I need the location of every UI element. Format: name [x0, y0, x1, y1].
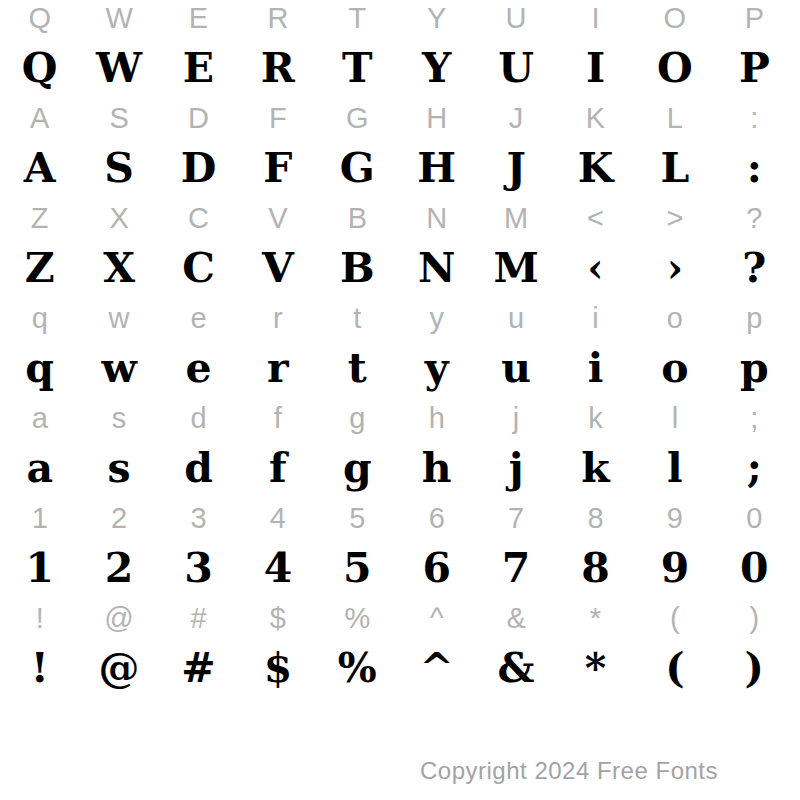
char-cell: $: [238, 600, 317, 636]
char-cell: Z: [0, 236, 79, 300]
char-cell: K: [556, 136, 635, 200]
char-cell: ;: [715, 436, 794, 500]
char-cell: 3: [159, 536, 238, 600]
char-cell: t: [318, 300, 397, 336]
char-cell: H: [397, 100, 476, 136]
char-cell: R: [238, 36, 317, 100]
char-cell: V: [238, 236, 317, 300]
char-cell: T: [318, 0, 397, 36]
char-cell: J: [476, 136, 555, 200]
char-cell: C: [159, 236, 238, 300]
char-cell: :: [715, 136, 794, 200]
char-cell: p: [715, 300, 794, 336]
char-cell: ): [715, 600, 794, 636]
char-cell: @: [79, 636, 158, 700]
char-cell: p: [715, 336, 794, 400]
char-cell: i: [556, 300, 635, 336]
char-cell: M: [476, 200, 555, 236]
char-cell: 5: [318, 536, 397, 600]
char-cell: g: [318, 400, 397, 436]
char-cell: $: [238, 636, 317, 700]
char-cell: ^: [397, 600, 476, 636]
char-cell: h: [397, 400, 476, 436]
black-specimen-row-6: !@#$%^&*(): [0, 636, 794, 700]
copyright-text: Copyright 2024 Free Fonts: [420, 757, 718, 785]
char-cell: r: [238, 336, 317, 400]
char-cell: 2: [79, 500, 158, 536]
black-specimen-row-2: ZXCVBNM‹›?: [0, 236, 794, 300]
black-specimen-row-4: asdfghjkl;: [0, 436, 794, 500]
char-cell: E: [159, 36, 238, 100]
char-cell: I: [556, 36, 635, 100]
char-cell: J: [476, 100, 555, 136]
char-cell: Y: [397, 0, 476, 36]
char-cell: #: [159, 636, 238, 700]
char-cell: w: [79, 336, 158, 400]
char-cell: S: [79, 100, 158, 136]
char-cell: 1: [0, 500, 79, 536]
footer: Copyright 2024 Free Fonts: [0, 700, 800, 800]
char-cell: 5: [318, 500, 397, 536]
char-cell: a: [0, 400, 79, 436]
char-cell: >: [635, 200, 714, 236]
character-map: QWERTYUIOPQWERTYUIOPASDFGHJKL:ASDFGHJKL:…: [0, 0, 794, 700]
char-cell: #: [159, 600, 238, 636]
char-cell: k: [556, 400, 635, 436]
char-cell: @: [79, 600, 158, 636]
gray-specimen-row-6: !@#$%^&*(): [0, 600, 794, 636]
char-cell: B: [318, 236, 397, 300]
char-cell: 6: [397, 500, 476, 536]
char-cell: 9: [635, 500, 714, 536]
char-cell: 0: [715, 500, 794, 536]
char-cell: ?: [715, 236, 794, 300]
char-cell: S: [79, 136, 158, 200]
char-cell: &: [476, 600, 555, 636]
black-specimen-row-0: QWERTYUIOP: [0, 36, 794, 100]
char-cell: 7: [476, 500, 555, 536]
char-cell: M: [476, 236, 555, 300]
char-cell: ;: [715, 400, 794, 436]
char-cell: *: [556, 600, 635, 636]
char-cell: &: [476, 636, 555, 700]
char-cell: 8: [556, 536, 635, 600]
char-cell: k: [556, 436, 635, 500]
char-cell: <: [556, 200, 635, 236]
char-cell: e: [159, 336, 238, 400]
char-cell: U: [476, 0, 555, 36]
char-cell: q: [0, 336, 79, 400]
char-cell: F: [238, 136, 317, 200]
char-cell: y: [397, 300, 476, 336]
char-cell: G: [318, 136, 397, 200]
char-cell: U: [476, 36, 555, 100]
char-cell: o: [635, 336, 714, 400]
char-cell: 6: [397, 536, 476, 600]
char-cell: s: [79, 436, 158, 500]
gray-specimen-row-0: QWERTYUIOP: [0, 0, 794, 36]
char-cell: 2: [79, 536, 158, 600]
gray-specimen-row-3: qwertyuiop: [0, 300, 794, 336]
char-cell: V: [238, 200, 317, 236]
char-cell: 0: [715, 536, 794, 600]
char-cell: j: [476, 400, 555, 436]
char-cell: O: [635, 0, 714, 36]
char-cell: A: [0, 100, 79, 136]
char-cell: A: [0, 136, 79, 200]
char-cell: I: [556, 0, 635, 36]
char-cell: ‹: [556, 236, 635, 300]
char-cell: P: [715, 0, 794, 36]
char-cell: 4: [238, 536, 317, 600]
char-cell: ): [715, 636, 794, 700]
char-cell: 4: [238, 500, 317, 536]
char-cell: !: [0, 600, 79, 636]
char-cell: L: [635, 100, 714, 136]
char-cell: L: [635, 136, 714, 200]
char-cell: l: [635, 400, 714, 436]
char-cell: E: [159, 0, 238, 36]
char-cell: d: [159, 436, 238, 500]
char-cell: D: [159, 136, 238, 200]
char-cell: H: [397, 136, 476, 200]
char-cell: u: [476, 300, 555, 336]
char-cell: ^: [397, 636, 476, 700]
char-cell: s: [79, 400, 158, 436]
char-cell: a: [0, 436, 79, 500]
char-cell: %: [318, 636, 397, 700]
char-cell: Q: [0, 36, 79, 100]
char-cell: ?: [715, 200, 794, 236]
char-cell: (: [635, 636, 714, 700]
char-cell: i: [556, 336, 635, 400]
char-cell: W: [79, 0, 158, 36]
char-cell: B: [318, 200, 397, 236]
char-cell: N: [397, 236, 476, 300]
char-cell: 9: [635, 536, 714, 600]
char-cell: N: [397, 200, 476, 236]
char-cell: q: [0, 300, 79, 336]
char-cell: X: [79, 200, 158, 236]
char-cell: ›: [635, 236, 714, 300]
char-cell: T: [318, 36, 397, 100]
char-cell: C: [159, 200, 238, 236]
gray-specimen-row-2: ZXCVBNM<>?: [0, 200, 794, 236]
char-cell: 7: [476, 536, 555, 600]
char-cell: 3: [159, 500, 238, 536]
char-cell: j: [476, 436, 555, 500]
char-cell: u: [476, 336, 555, 400]
char-cell: g: [318, 436, 397, 500]
char-cell: *: [556, 636, 635, 700]
char-cell: R: [238, 0, 317, 36]
black-specimen-row-3: qwertyuiop: [0, 336, 794, 400]
char-cell: F: [238, 100, 317, 136]
black-specimen-row-5: 1234567890: [0, 536, 794, 600]
char-cell: X: [79, 236, 158, 300]
char-cell: (: [635, 600, 714, 636]
char-cell: Z: [0, 200, 79, 236]
char-cell: h: [397, 436, 476, 500]
char-cell: 8: [556, 500, 635, 536]
char-cell: W: [79, 36, 158, 100]
char-cell: !: [0, 636, 79, 700]
char-cell: G: [318, 100, 397, 136]
char-cell: O: [635, 36, 714, 100]
gray-specimen-row-4: asdfghjkl;: [0, 400, 794, 436]
gray-specimen-row-5: 1234567890: [0, 500, 794, 536]
char-cell: f: [238, 400, 317, 436]
char-cell: f: [238, 436, 317, 500]
gray-specimen-row-1: ASDFGHJKL:: [0, 100, 794, 136]
char-cell: w: [79, 300, 158, 336]
char-cell: D: [159, 100, 238, 136]
char-cell: P: [715, 36, 794, 100]
char-cell: e: [159, 300, 238, 336]
char-cell: Q: [0, 0, 79, 36]
char-cell: 1: [0, 536, 79, 600]
char-cell: %: [318, 600, 397, 636]
char-cell: o: [635, 300, 714, 336]
char-cell: :: [715, 100, 794, 136]
black-specimen-row-1: ASDFGHJKL:: [0, 136, 794, 200]
char-cell: y: [397, 336, 476, 400]
char-cell: r: [238, 300, 317, 336]
char-cell: t: [318, 336, 397, 400]
char-cell: K: [556, 100, 635, 136]
char-cell: l: [635, 436, 714, 500]
char-cell: d: [159, 400, 238, 436]
char-cell: Y: [397, 36, 476, 100]
